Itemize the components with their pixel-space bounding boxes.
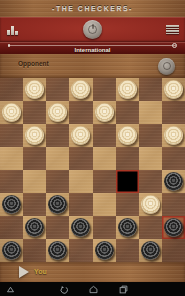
board-square-r3c7[interactable] (162, 147, 185, 170)
menu-icon (166, 25, 179, 27)
board-square-r6c6[interactable] (139, 216, 162, 239)
ball-button[interactable] (83, 20, 102, 39)
checkers-board (0, 78, 185, 262)
board-square-r7c5[interactable] (116, 239, 139, 262)
board-square-r5c0[interactable] (0, 193, 23, 216)
board-square-r1c1[interactable] (23, 101, 46, 124)
board-square-r4c6[interactable] (139, 170, 162, 193)
board-square-r0c0[interactable] (0, 78, 23, 101)
checker-white[interactable] (48, 103, 67, 122)
menu-button[interactable] (166, 24, 179, 35)
board-square-r6c5[interactable] (116, 216, 139, 239)
checker-white[interactable] (118, 126, 137, 145)
title-strip: -THE CHECKERS- (0, 0, 185, 17)
board-square-r6c0[interactable] (0, 216, 23, 239)
app-title: -THE CHECKERS- (52, 5, 133, 12)
checker-black[interactable] (141, 241, 160, 260)
board-square-r2c1[interactable] (23, 124, 46, 147)
board-square-r0c7[interactable] (162, 78, 185, 101)
board-square-r3c6[interactable] (139, 147, 162, 170)
board-square-r0c5[interactable] (116, 78, 139, 101)
board-square-r6c3[interactable] (69, 216, 92, 239)
board-square-r4c1[interactable] (23, 170, 46, 193)
checker-white[interactable] (164, 126, 183, 145)
board-square-r6c7[interactable] (162, 216, 185, 239)
board-square-r4c3[interactable] (69, 170, 92, 193)
board-square-r2c2[interactable] (46, 124, 69, 147)
board-square-r6c1[interactable] (23, 216, 46, 239)
turn-play-icon (19, 266, 29, 278)
board-square-r1c4[interactable] (93, 101, 116, 124)
board-square-r2c3[interactable] (69, 124, 92, 147)
leaderboard-button[interactable] (6, 24, 19, 35)
checker-black[interactable] (2, 241, 21, 260)
board-square-r7c1[interactable] (23, 239, 46, 262)
board-square-r7c4[interactable] (93, 239, 116, 262)
board-square-r5c1[interactable] (23, 193, 46, 216)
board-square-r1c0[interactable] (0, 101, 23, 124)
board-square-r7c3[interactable] (69, 239, 92, 262)
board-square-r4c0[interactable] (0, 170, 23, 193)
board-square-r3c2[interactable] (46, 147, 69, 170)
opponent-status-icon[interactable] (158, 58, 175, 75)
app-screen: -THE CHECKERS- International Opponent Yo… (0, 0, 185, 296)
board-square-r6c2[interactable] (46, 216, 69, 239)
podium-icon (7, 30, 10, 35)
board-square-r7c7[interactable] (162, 239, 185, 262)
checker-white[interactable] (71, 80, 90, 99)
checker-black[interactable] (48, 195, 67, 214)
checker-white[interactable] (25, 126, 44, 145)
checker-white[interactable] (95, 103, 114, 122)
checker-white[interactable] (25, 80, 44, 99)
board-square-r4c7[interactable] (162, 170, 185, 193)
board-square-r7c2[interactable] (46, 239, 69, 262)
board-square-r4c2[interactable] (46, 170, 69, 193)
board-square-r1c6[interactable] (139, 101, 162, 124)
hide-nav-icon[interactable] (6, 285, 15, 294)
board-square-r4c4[interactable] (93, 170, 116, 193)
board-square-r3c3[interactable] (69, 147, 92, 170)
board-square-r6c4[interactable] (93, 216, 116, 239)
checker-white[interactable] (164, 80, 183, 99)
checker-black[interactable] (118, 218, 137, 237)
checker-black[interactable] (25, 218, 44, 237)
board-square-r7c0[interactable] (0, 239, 23, 262)
board-square-r2c4[interactable] (93, 124, 116, 147)
variant-label: International (0, 47, 185, 53)
checker-black[interactable] (71, 218, 90, 237)
board-square-r1c5[interactable] (116, 101, 139, 124)
checker-white[interactable] (141, 195, 160, 214)
board-square-r5c4[interactable] (93, 193, 116, 216)
board-square-r0c1[interactable] (23, 78, 46, 101)
board-square-r2c5[interactable] (116, 124, 139, 147)
board-square-r1c2[interactable] (46, 101, 69, 124)
recents-icon[interactable] (119, 285, 128, 294)
checker-black[interactable] (2, 195, 21, 214)
checker-black[interactable] (164, 172, 183, 191)
board-square-r5c5[interactable] (116, 193, 139, 216)
board-square-r2c6[interactable] (139, 124, 162, 147)
home-icon[interactable] (89, 285, 98, 294)
opponent-bar: Opponent (0, 54, 185, 78)
opponent-label: Opponent (18, 60, 49, 67)
board-square-r3c4[interactable] (93, 147, 116, 170)
you-bar: You (0, 262, 185, 282)
toolbar (0, 17, 185, 42)
board-square-r0c2[interactable] (46, 78, 69, 101)
board-square-r1c7[interactable] (162, 101, 185, 124)
checker-white[interactable] (118, 80, 137, 99)
board-square-r7c6[interactable] (139, 239, 162, 262)
board-square-r5c3[interactable] (69, 193, 92, 216)
board-square-r5c6[interactable] (139, 193, 162, 216)
checker-black[interactable] (48, 241, 67, 260)
variant-bar: International (0, 42, 185, 54)
board-square-r1c3[interactable] (69, 101, 92, 124)
board-square-r0c3[interactable] (69, 78, 92, 101)
board-square-r3c1[interactable] (23, 147, 46, 170)
checker-white[interactable] (71, 126, 90, 145)
board-square-r5c7[interactable] (162, 193, 185, 216)
android-navbar (0, 282, 185, 296)
board-square-r5c2[interactable] (46, 193, 69, 216)
checker-white[interactable] (2, 103, 21, 122)
checker-black[interactable] (164, 218, 183, 237)
board-square-r2c0[interactable] (0, 124, 23, 147)
board-square-r3c5[interactable] (116, 147, 139, 170)
back-icon[interactable] (59, 285, 68, 294)
board-square-r4c5[interactable] (116, 170, 139, 193)
board-square-r2c7[interactable] (162, 124, 185, 147)
checker-black[interactable] (95, 241, 114, 260)
board-square-r0c6[interactable] (139, 78, 162, 101)
you-label: You (34, 268, 47, 275)
board-square-r3c0[interactable] (0, 147, 23, 170)
board-square-r0c4[interactable] (93, 78, 116, 101)
